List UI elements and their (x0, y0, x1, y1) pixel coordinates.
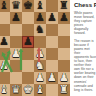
white-bishop-c1: ♝ (0, 84, 10, 96)
square-h2[interactable]: ♟ (58, 72, 70, 84)
square-f3[interactable]: ♞ (34, 60, 46, 72)
square-d1[interactable]: ♛ (10, 84, 22, 96)
square-d3[interactable] (10, 60, 22, 72)
square-c6[interactable] (0, 24, 10, 36)
square-h7[interactable]: ♟ (58, 12, 70, 24)
square-c3[interactable]: ♟ (0, 60, 10, 72)
square-c4[interactable] (0, 48, 10, 60)
square-h4[interactable] (58, 48, 70, 60)
white-pawn-f4: ♟ (34, 48, 46, 60)
square-h5[interactable] (58, 36, 70, 48)
chess-lesson-page: ♜♞♝♛♚♝♜♟♟♟♟♟♟♞♟♟♟♟♟♞♟♟♟♟♟♜♞♝♛♚♝♜ Chess P… (0, 0, 96, 96)
black-king-e8: ♚ (22, 0, 34, 12)
square-d2[interactable] (10, 72, 22, 84)
square-g7[interactable]: ♟ (46, 12, 58, 24)
square-c2[interactable] (0, 72, 10, 84)
white-queen-d1: ♛ (10, 84, 22, 96)
black-queen-d8: ♛ (10, 0, 22, 12)
square-d7[interactable]: ♟ (10, 12, 22, 24)
square-e3[interactable] (22, 60, 34, 72)
square-g8[interactable] (46, 0, 58, 12)
square-f5[interactable] (34, 36, 46, 48)
white-pawn-f2: ♟ (34, 72, 46, 84)
black-knight-f6: ♞ (34, 24, 46, 36)
white-pawn-h2: ♟ (58, 72, 70, 84)
white-rook-h1: ♜ (58, 84, 70, 96)
square-c8[interactable]: ♝ (0, 0, 10, 12)
square-c7[interactable] (0, 12, 10, 24)
square-f8[interactable]: ♝ (34, 0, 46, 12)
square-c5[interactable]: ♟ (0, 36, 10, 48)
square-e2[interactable] (22, 72, 34, 84)
white-bishop-f1: ♝ (34, 84, 46, 96)
square-f6[interactable]: ♞ (34, 24, 46, 36)
white-pawn-d4: ♟ (10, 48, 22, 60)
lesson-paragraph-2: The reason is because if pawns met their… (74, 39, 96, 92)
square-g1[interactable] (46, 84, 58, 96)
square-e6[interactable] (22, 24, 34, 36)
square-h6[interactable] (58, 24, 70, 36)
square-d6[interactable] (10, 24, 22, 36)
white-knight-f3: ♞ (34, 60, 46, 72)
black-rook-h8: ♜ (58, 0, 70, 12)
black-pawn-h7: ♟ (58, 12, 70, 24)
black-bishop-c8: ♝ (0, 0, 10, 12)
square-f2[interactable]: ♟ (34, 72, 46, 84)
lesson-heading: Chess Pawns (74, 2, 96, 8)
square-d4[interactable]: ♟ (10, 48, 22, 60)
square-d8[interactable]: ♛ (10, 0, 22, 12)
square-h8[interactable]: ♜ (58, 0, 70, 12)
square-e4[interactable] (22, 48, 34, 60)
square-e8[interactable]: ♚ (22, 0, 34, 12)
black-pawn-e5: ♟ (22, 36, 34, 48)
white-pawn-c3: ♟ (0, 60, 10, 72)
square-g5[interactable] (46, 36, 58, 48)
square-f1[interactable]: ♝ (34, 84, 46, 96)
black-pawn-f7: ♟ (34, 12, 46, 24)
square-f7[interactable]: ♟ (34, 12, 46, 24)
lesson-text-panel: Chess Pawns While pawns move forward, th… (71, 0, 96, 96)
square-e5[interactable]: ♟ (22, 36, 34, 48)
square-d5[interactable] (10, 36, 22, 48)
square-h1[interactable]: ♜ (58, 84, 70, 96)
black-pawn-d7: ♟ (10, 12, 22, 24)
square-h3[interactable] (58, 60, 70, 72)
square-c1[interactable]: ♝ (0, 84, 10, 96)
square-g6[interactable] (46, 24, 58, 36)
square-e7[interactable] (22, 12, 34, 24)
black-bishop-f8: ♝ (34, 0, 46, 12)
black-pawn-c5: ♟ (0, 36, 10, 48)
square-g4[interactable] (46, 48, 58, 60)
square-g3[interactable] (46, 60, 58, 72)
square-f4[interactable]: ♟ (34, 48, 46, 60)
chess-board[interactable]: ♜♞♝♛♚♝♜♟♟♟♟♟♟♞♟♟♟♟♟♞♟♟♟♟♟♜♞♝♛♚♝♜ (0, 0, 70, 96)
white-king-e1: ♚ (22, 84, 34, 96)
lesson-paragraph-1: While pawns move forward, they capture p… (74, 11, 96, 36)
square-e1[interactable]: ♚ (22, 84, 34, 96)
black-pawn-g7: ♟ (46, 12, 58, 24)
square-g2[interactable]: ♟ (46, 72, 58, 84)
white-pawn-g2: ♟ (46, 72, 58, 84)
